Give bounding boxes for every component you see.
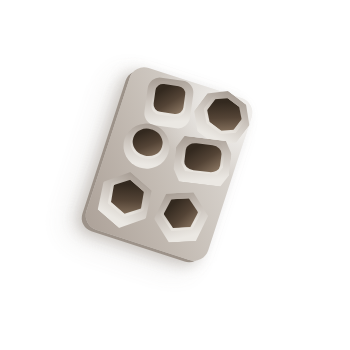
mold-cavity-hexagon-r3c2 bbox=[153, 191, 209, 243]
mold-cavity-hexagon-r3c1 bbox=[87, 163, 162, 237]
mold-cavity-rect-r2c2 bbox=[172, 135, 233, 187]
product-photo bbox=[0, 0, 350, 350]
mold-opening bbox=[153, 83, 186, 115]
mold-opening bbox=[184, 142, 223, 173]
